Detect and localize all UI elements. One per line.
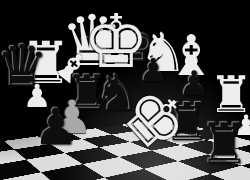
piece-black-pawn-front-left[interactable]: ♟ <box>34 102 79 152</box>
piece-black-rook-front-right[interactable]: ♜ <box>199 116 249 172</box>
pieces-layer: ♛♜♝♛♚♛♟♟♚♟♞♝♟♜♟♟♜♞♟♟♚♜♜ <box>0 0 250 180</box>
chess-scene: ♛♜♝♛♚♛♟♟♚♟♞♝♟♜♟♟♜♞♟♟♚♜♜ <box>0 0 250 180</box>
